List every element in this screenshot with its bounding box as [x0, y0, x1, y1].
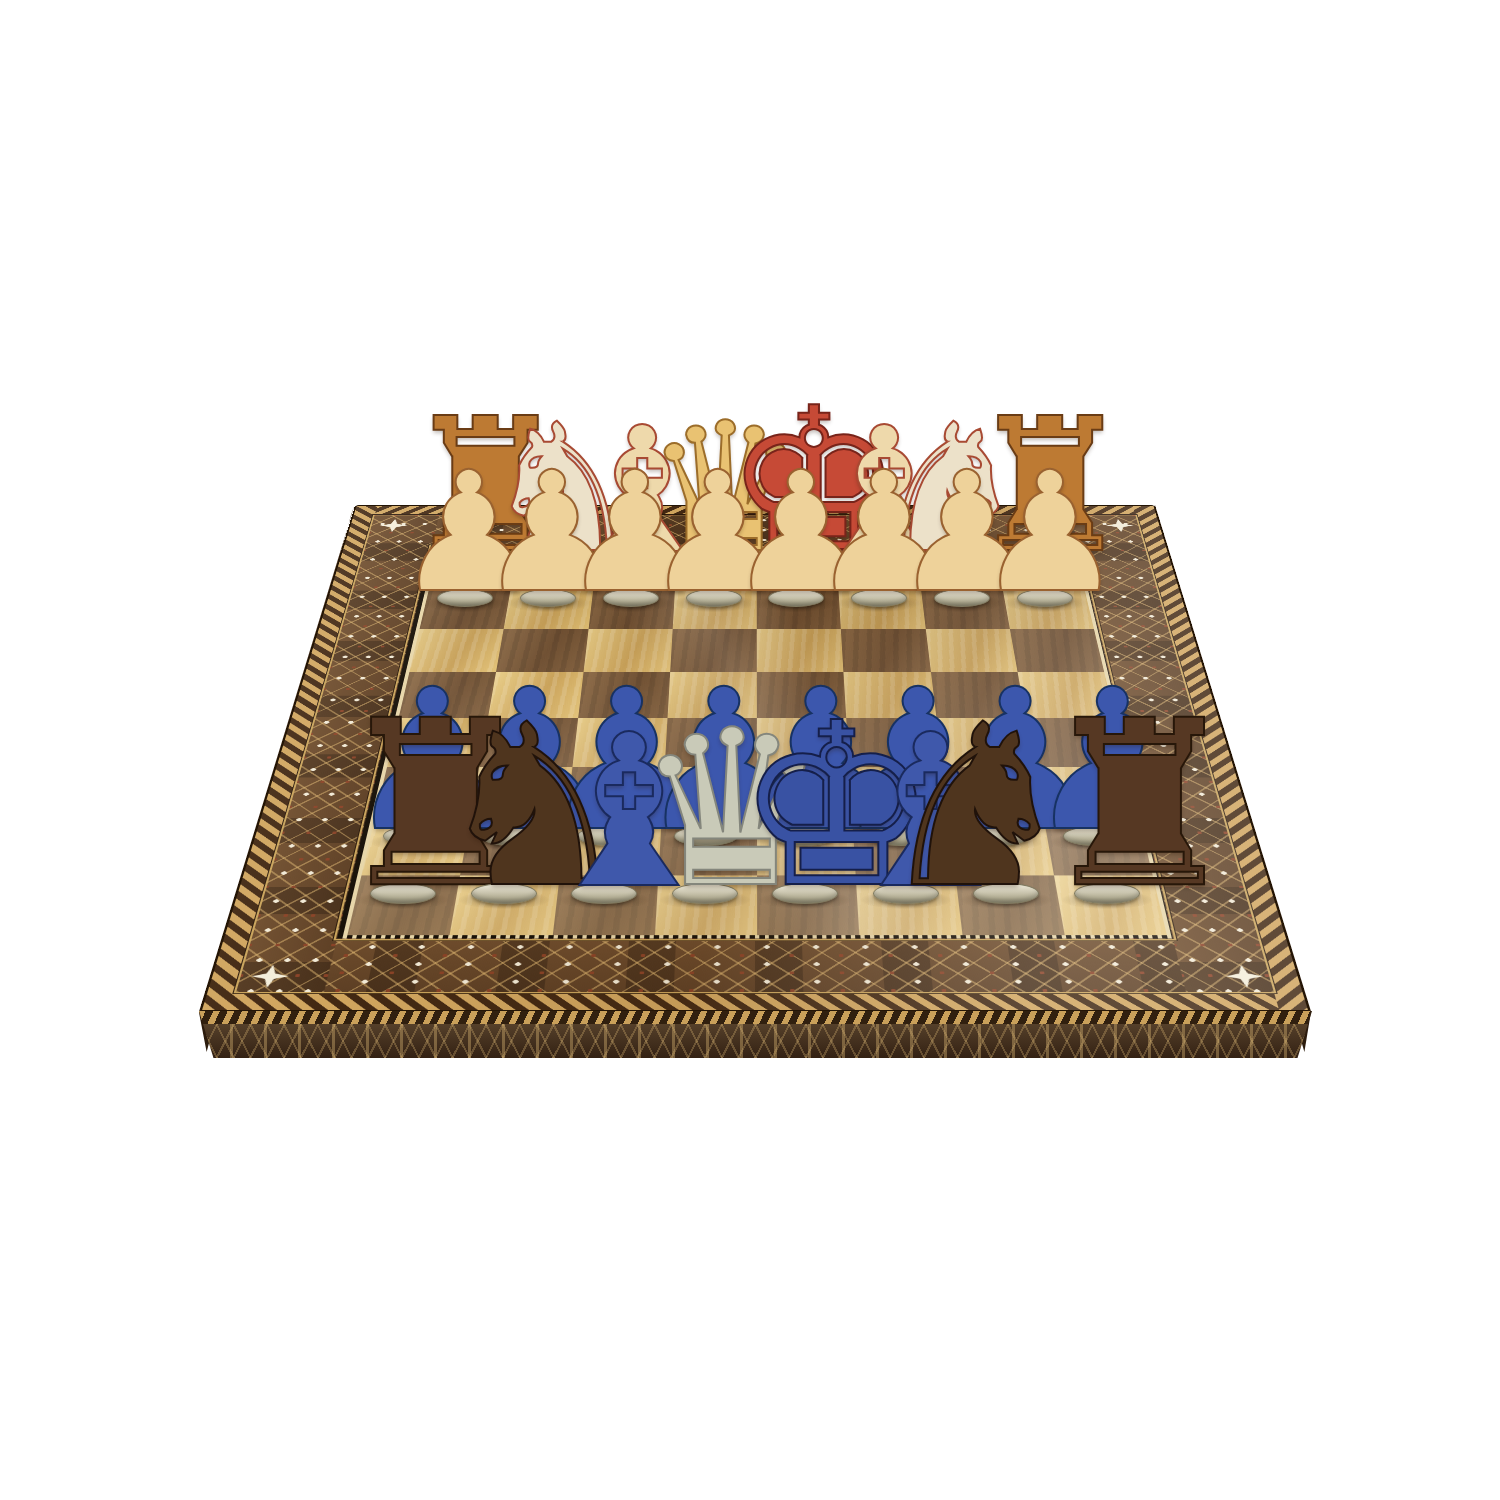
piece-black-rook-a8[interactable]: ♜ — [1037, 728, 1177, 904]
pawn-glyph-icon: ♟ — [975, 467, 1115, 600]
rook-glyph-icon: ♜ — [1037, 713, 1177, 896]
pieces-layer: ♜♞♝♛♚♝♞♜♟♟♟♟♟♟♟♟♟♟♟♟♟♟♟♟♜♞♝♛♚♝♞♜ — [0, 0, 1500, 1500]
product-photo-scene: ♜♞♝♛♚♝♞♜♟♟♟♟♟♟♟♟♟♟♟♟♟♟♟♟♜♞♝♛♚♝♞♜ — [0, 0, 1500, 1500]
piece-white-pawn-a2[interactable]: ♟ — [975, 479, 1115, 607]
